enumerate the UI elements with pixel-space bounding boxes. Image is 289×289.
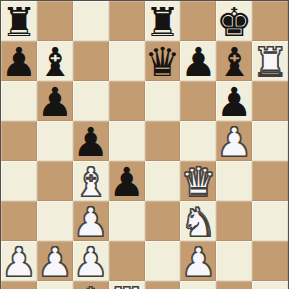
square-a4[interactable] — [1, 161, 37, 201]
square-f2[interactable]: ♟ — [180, 241, 216, 281]
square-f7[interactable]: ♟ — [180, 41, 216, 81]
square-c7[interactable] — [73, 41, 109, 81]
piece-white-king[interactable]: ♚ — [73, 282, 109, 289]
square-g3[interactable] — [216, 201, 252, 241]
square-h4[interactable] — [252, 161, 288, 201]
square-g8[interactable]: ♚ — [216, 1, 252, 41]
square-h7[interactable]: ♜ — [252, 41, 288, 81]
piece-white-bishop[interactable]: ♝ — [73, 162, 109, 202]
square-a7[interactable]: ♟ — [1, 41, 37, 81]
square-g7[interactable]: ♝ — [216, 41, 252, 81]
square-g4[interactable] — [216, 161, 252, 201]
piece-black-pawn[interactable]: ♟ — [37, 82, 73, 122]
square-e7[interactable]: ♛ — [145, 41, 181, 81]
square-a2[interactable]: ♟ — [1, 241, 37, 281]
square-a5[interactable] — [1, 121, 37, 161]
square-d7[interactable] — [109, 41, 145, 81]
piece-white-pawn[interactable]: ♟ — [180, 242, 216, 282]
chess-board: ♜♜♚♟♝♛♟♝♜♟♟♟♟♝♟♛♟♞♟♟♟♟♚♜ — [0, 0, 289, 289]
square-f4[interactable]: ♛ — [180, 161, 216, 201]
square-c4[interactable]: ♝ — [73, 161, 109, 201]
square-h2[interactable] — [252, 241, 288, 281]
piece-black-pawn[interactable]: ♟ — [216, 82, 252, 122]
square-e8[interactable]: ♜ — [145, 1, 181, 41]
square-c6[interactable] — [73, 81, 109, 121]
piece-black-rook[interactable]: ♜ — [145, 2, 181, 42]
piece-black-pawn[interactable]: ♟ — [1, 42, 37, 82]
square-e5[interactable] — [145, 121, 181, 161]
square-g6[interactable]: ♟ — [216, 81, 252, 121]
square-b6[interactable]: ♟ — [37, 81, 73, 121]
square-h6[interactable] — [252, 81, 288, 121]
square-d5[interactable] — [109, 121, 145, 161]
square-d2[interactable] — [109, 241, 145, 281]
piece-black-pawn[interactable]: ♟ — [180, 42, 216, 82]
piece-white-rook[interactable]: ♜ — [109, 282, 145, 289]
square-f8[interactable] — [180, 1, 216, 41]
piece-black-rook[interactable]: ♜ — [1, 2, 37, 42]
piece-white-pawn[interactable]: ♟ — [1, 242, 37, 282]
square-h3[interactable] — [252, 201, 288, 241]
square-b5[interactable] — [37, 121, 73, 161]
square-b3[interactable] — [37, 201, 73, 241]
square-a6[interactable] — [1, 81, 37, 121]
piece-white-rook[interactable]: ♜ — [252, 42, 288, 82]
square-d3[interactable] — [109, 201, 145, 241]
square-b8[interactable] — [37, 1, 73, 41]
piece-black-queen[interactable]: ♛ — [145, 42, 181, 82]
square-a3[interactable] — [1, 201, 37, 241]
square-d6[interactable] — [109, 81, 145, 121]
piece-white-pawn[interactable]: ♟ — [73, 202, 109, 242]
square-d1[interactable]: ♜ — [109, 281, 145, 289]
square-c8[interactable] — [73, 1, 109, 41]
square-g1[interactable] — [216, 281, 252, 289]
square-a8[interactable]: ♜ — [1, 1, 37, 41]
square-f6[interactable] — [180, 81, 216, 121]
square-f3[interactable]: ♞ — [180, 201, 216, 241]
piece-black-pawn[interactable]: ♟ — [73, 122, 109, 162]
square-h5[interactable] — [252, 121, 288, 161]
piece-white-pawn[interactable]: ♟ — [37, 242, 73, 282]
square-e6[interactable] — [145, 81, 181, 121]
square-h8[interactable] — [252, 1, 288, 41]
square-h1[interactable] — [252, 281, 288, 289]
square-f5[interactable] — [180, 121, 216, 161]
square-g5[interactable]: ♟ — [216, 121, 252, 161]
piece-black-bishop[interactable]: ♝ — [216, 42, 252, 82]
piece-black-bishop[interactable]: ♝ — [37, 42, 73, 82]
square-d4[interactable]: ♟ — [109, 161, 145, 201]
square-e2[interactable] — [145, 241, 181, 281]
square-e3[interactable] — [145, 201, 181, 241]
square-b7[interactable]: ♝ — [37, 41, 73, 81]
square-c1[interactable]: ♚ — [73, 281, 109, 289]
square-c2[interactable]: ♟ — [73, 241, 109, 281]
piece-white-queen[interactable]: ♛ — [180, 162, 216, 202]
square-g2[interactable] — [216, 241, 252, 281]
piece-black-king[interactable]: ♚ — [216, 2, 252, 42]
square-d8[interactable] — [109, 1, 145, 41]
square-b4[interactable] — [37, 161, 73, 201]
square-e1[interactable] — [145, 281, 181, 289]
square-b2[interactable]: ♟ — [37, 241, 73, 281]
piece-white-knight[interactable]: ♞ — [180, 202, 216, 242]
piece-black-pawn[interactable]: ♟ — [109, 162, 145, 202]
square-e4[interactable] — [145, 161, 181, 201]
square-c5[interactable]: ♟ — [73, 121, 109, 161]
piece-white-pawn[interactable]: ♟ — [216, 122, 252, 162]
piece-white-pawn[interactable]: ♟ — [73, 242, 109, 282]
square-c3[interactable]: ♟ — [73, 201, 109, 241]
